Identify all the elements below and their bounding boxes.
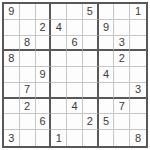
cell-r2c2[interactable] xyxy=(20,20,36,36)
cell-r1c9[interactable]: 1 xyxy=(130,4,146,20)
cell-r3c9[interactable] xyxy=(130,36,146,52)
cell-r7c6[interactable] xyxy=(83,99,99,115)
cell-r5c2[interactable] xyxy=(20,67,36,83)
cell-r7c8[interactable]: 7 xyxy=(114,99,130,115)
cell-r6c9[interactable]: 3 xyxy=(130,83,146,99)
cell-r9c6[interactable] xyxy=(83,130,99,146)
sudoku-page: 951249863829473247625318 xyxy=(0,0,150,150)
cell-r3c3[interactable] xyxy=(36,36,52,52)
cell-r9c3[interactable] xyxy=(36,130,52,146)
cell-r9c8[interactable] xyxy=(114,130,130,146)
cell-r2c4[interactable]: 4 xyxy=(51,20,67,36)
cell-r6c6[interactable] xyxy=(83,83,99,99)
cell-r3c7[interactable] xyxy=(99,36,115,52)
cell-r8c3[interactable]: 6 xyxy=(36,114,52,130)
cell-r9c2[interactable] xyxy=(20,130,36,146)
cell-r7c2[interactable]: 2 xyxy=(20,99,36,115)
sudoku-board: 951249863829473247625318 xyxy=(2,2,148,148)
cell-r7c5[interactable]: 4 xyxy=(67,99,83,115)
cell-r7c1[interactable] xyxy=(4,99,20,115)
cell-r5c4[interactable] xyxy=(51,67,67,83)
cell-r1c6[interactable]: 5 xyxy=(83,4,99,20)
cell-r5c6[interactable] xyxy=(83,67,99,83)
cell-r2c6[interactable] xyxy=(83,20,99,36)
cell-r8c4[interactable] xyxy=(51,114,67,130)
cell-r4c3[interactable] xyxy=(36,51,52,67)
cell-r4c1[interactable]: 8 xyxy=(4,51,20,67)
cell-r2c9[interactable] xyxy=(130,20,146,36)
cell-r6c2[interactable]: 7 xyxy=(20,83,36,99)
cell-r1c2[interactable] xyxy=(20,4,36,20)
cell-r2c7[interactable]: 9 xyxy=(99,20,115,36)
cell-r2c5[interactable] xyxy=(67,20,83,36)
cell-r2c8[interactable] xyxy=(114,20,130,36)
cell-r4c6[interactable] xyxy=(83,51,99,67)
cell-r5c7[interactable]: 4 xyxy=(99,67,115,83)
cell-r2c1[interactable] xyxy=(4,20,20,36)
cell-r1c8[interactable] xyxy=(114,4,130,20)
cell-r9c1[interactable]: 3 xyxy=(4,130,20,146)
cell-r3c1[interactable] xyxy=(4,36,20,52)
cell-r5c8[interactable] xyxy=(114,67,130,83)
cell-r6c3[interactable] xyxy=(36,83,52,99)
cell-r1c3[interactable] xyxy=(36,4,52,20)
cell-r5c1[interactable] xyxy=(4,67,20,83)
cell-r1c4[interactable] xyxy=(51,4,67,20)
cell-r4c8[interactable]: 2 xyxy=(114,51,130,67)
cell-r6c8[interactable] xyxy=(114,83,130,99)
cell-r5c3[interactable]: 9 xyxy=(36,67,52,83)
cell-r8c9[interactable] xyxy=(130,114,146,130)
cell-r9c5[interactable] xyxy=(67,130,83,146)
cell-r4c7[interactable] xyxy=(99,51,115,67)
cell-r5c5[interactable] xyxy=(67,67,83,83)
cell-r7c7[interactable] xyxy=(99,99,115,115)
cell-r1c1[interactable]: 9 xyxy=(4,4,20,20)
cell-r6c7[interactable] xyxy=(99,83,115,99)
cell-r9c9[interactable]: 8 xyxy=(130,130,146,146)
cell-r4c4[interactable] xyxy=(51,51,67,67)
cell-r8c2[interactable] xyxy=(20,114,36,130)
cell-r7c4[interactable] xyxy=(51,99,67,115)
cell-r3c4[interactable] xyxy=(51,36,67,52)
cell-r7c3[interactable] xyxy=(36,99,52,115)
cell-r8c8[interactable] xyxy=(114,114,130,130)
cell-r8c1[interactable] xyxy=(4,114,20,130)
cell-r5c9[interactable] xyxy=(130,67,146,83)
cell-r4c2[interactable] xyxy=(20,51,36,67)
cell-r9c4[interactable]: 1 xyxy=(51,130,67,146)
cell-r4c5[interactable] xyxy=(67,51,83,67)
cell-r8c5[interactable] xyxy=(67,114,83,130)
cell-r6c5[interactable] xyxy=(67,83,83,99)
cell-r6c4[interactable] xyxy=(51,83,67,99)
cell-r4c9[interactable] xyxy=(130,51,146,67)
cell-r1c7[interactable] xyxy=(99,4,115,20)
cell-r3c2[interactable]: 8 xyxy=(20,36,36,52)
cell-r6c1[interactable] xyxy=(4,83,20,99)
cell-r2c3[interactable]: 2 xyxy=(36,20,52,36)
cell-r9c7[interactable] xyxy=(99,130,115,146)
cell-r3c5[interactable]: 6 xyxy=(67,36,83,52)
cell-r8c7[interactable]: 5 xyxy=(99,114,115,130)
cell-r3c6[interactable] xyxy=(83,36,99,52)
cell-r3c8[interactable]: 3 xyxy=(114,36,130,52)
cell-r1c5[interactable] xyxy=(67,4,83,20)
cell-r8c6[interactable]: 2 xyxy=(83,114,99,130)
cell-r7c9[interactable] xyxy=(130,99,146,115)
